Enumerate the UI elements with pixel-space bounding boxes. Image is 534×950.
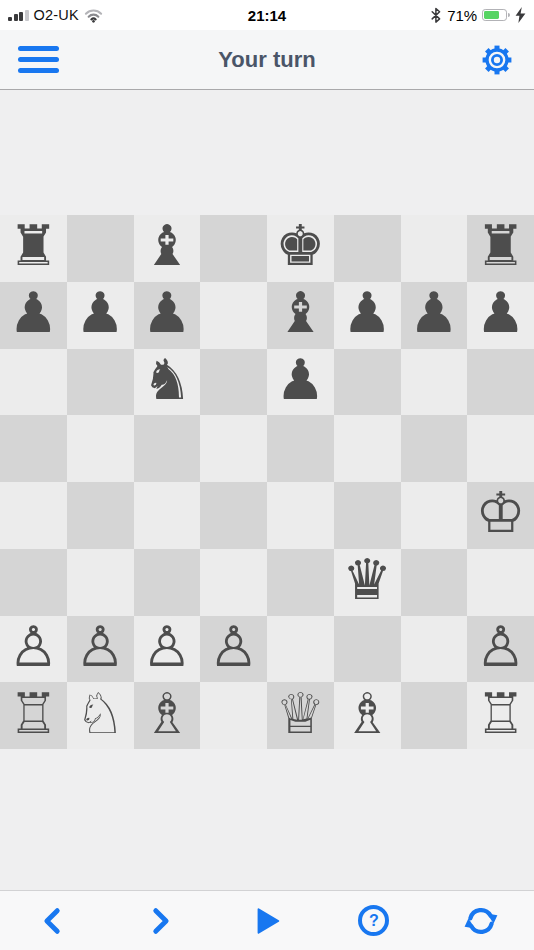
square-h6[interactable] (467, 349, 534, 416)
white-pawn-piece: ♙ (209, 619, 259, 675)
square-c4[interactable] (134, 482, 201, 549)
black-pawn-piece: ♟ (75, 285, 125, 341)
play-button[interactable] (232, 895, 302, 947)
nav-bar: Your turn (0, 30, 534, 90)
black-pawn-piece: ♟ (8, 285, 58, 341)
black-rook-piece: ♜ (8, 218, 58, 274)
square-d1[interactable] (200, 682, 267, 749)
square-d2[interactable]: ♙ (200, 616, 267, 683)
square-c1[interactable]: ♗ (134, 682, 201, 749)
square-h8[interactable]: ♜ (467, 215, 534, 282)
white-bishop-piece: ♗ (342, 686, 392, 742)
black-pawn-piece: ♟ (342, 285, 392, 341)
square-a6[interactable] (0, 349, 67, 416)
square-e4[interactable] (267, 482, 334, 549)
white-bishop-piece: ♗ (142, 686, 192, 742)
white-pawn-piece: ♙ (8, 619, 58, 675)
black-bishop-piece: ♝ (142, 218, 192, 274)
square-e6[interactable]: ♟ (267, 349, 334, 416)
square-c5[interactable] (134, 415, 201, 482)
square-f3[interactable]: ♛ (334, 549, 401, 616)
square-b1[interactable]: ♘ (67, 682, 134, 749)
square-c6[interactable]: ♞ (134, 349, 201, 416)
square-f5[interactable] (334, 415, 401, 482)
square-b4[interactable] (67, 482, 134, 549)
square-a1[interactable]: ♖ (0, 682, 67, 749)
square-a8[interactable]: ♜ (0, 215, 67, 282)
square-c2[interactable]: ♙ (134, 616, 201, 683)
black-king-piece: ♚ (275, 218, 325, 274)
page-title: Your turn (0, 47, 534, 73)
square-f8[interactable] (334, 215, 401, 282)
settings-button[interactable] (478, 41, 516, 79)
square-g5[interactable] (401, 415, 468, 482)
square-g3[interactable] (401, 549, 468, 616)
square-a3[interactable] (0, 549, 67, 616)
square-e2[interactable] (267, 616, 334, 683)
white-rook-piece: ♖ (8, 686, 58, 742)
sync-icon (463, 903, 499, 939)
bottom-toolbar: ? (0, 890, 534, 950)
back-button[interactable] (18, 895, 88, 947)
white-rook-piece: ♖ (476, 686, 526, 742)
black-pawn-piece: ♟ (476, 285, 526, 341)
square-g8[interactable] (401, 215, 468, 282)
sync-button[interactable] (446, 895, 516, 947)
square-c8[interactable]: ♝ (134, 215, 201, 282)
black-bishop-piece: ♝ (275, 285, 325, 341)
wifi-icon (84, 8, 103, 23)
white-knight-piece: ♘ (75, 686, 125, 742)
square-f2[interactable] (334, 616, 401, 683)
square-h3[interactable] (467, 549, 534, 616)
square-h1[interactable]: ♖ (467, 682, 534, 749)
hamburger-icon (18, 46, 59, 51)
white-pawn-piece: ♙ (75, 619, 125, 675)
square-f6[interactable] (334, 349, 401, 416)
square-e7[interactable]: ♝ (267, 282, 334, 349)
square-d4[interactable] (200, 482, 267, 549)
white-queen-piece: ♕ (275, 686, 325, 742)
battery-icon (482, 9, 510, 21)
square-e3[interactable] (267, 549, 334, 616)
gear-icon (478, 41, 516, 79)
chevron-left-icon (37, 904, 69, 938)
status-bar: O2-UK 21:14 71% (0, 0, 534, 30)
square-b5[interactable] (67, 415, 134, 482)
square-e1[interactable]: ♕ (267, 682, 334, 749)
square-b6[interactable] (67, 349, 134, 416)
forward-button[interactable] (125, 895, 195, 947)
bluetooth-icon (430, 7, 442, 24)
square-c3[interactable] (134, 549, 201, 616)
black-pawn-piece: ♟ (142, 285, 192, 341)
white-pawn-piece: ♙ (142, 619, 192, 675)
square-a5[interactable] (0, 415, 67, 482)
help-button[interactable]: ? (339, 895, 409, 947)
black-queen-piece: ♛ (342, 552, 392, 608)
battery-fill (484, 11, 499, 19)
menu-button[interactable] (18, 46, 59, 73)
square-h7[interactable]: ♟ (467, 282, 534, 349)
square-b8[interactable] (67, 215, 134, 282)
square-d7[interactable] (200, 282, 267, 349)
square-g1[interactable] (401, 682, 468, 749)
charging-bolt-icon (515, 7, 526, 23)
square-b7[interactable]: ♟ (67, 282, 134, 349)
question-mark-icon: ? (358, 905, 389, 936)
black-pawn-piece: ♟ (409, 285, 459, 341)
chevron-right-icon (144, 904, 176, 938)
square-f1[interactable]: ♗ (334, 682, 401, 749)
square-d3[interactable] (200, 549, 267, 616)
square-d5[interactable] (200, 415, 267, 482)
square-d8[interactable] (200, 215, 267, 282)
carrier-label: O2-UK (34, 7, 79, 23)
black-knight-piece: ♞ (142, 352, 192, 408)
square-h2[interactable]: ♙ (467, 616, 534, 683)
black-rook-piece: ♜ (476, 218, 526, 274)
square-f7[interactable]: ♟ (334, 282, 401, 349)
cell-signal-icon (8, 9, 29, 21)
square-g4[interactable] (401, 482, 468, 549)
play-icon (251, 904, 283, 938)
square-e8[interactable]: ♚ (267, 215, 334, 282)
square-g2[interactable] (401, 616, 468, 683)
chess-board: ♜♝♚♜♟♟♟♝♟♟♟♞♟♔♛♙♙♙♙♙♖♘♗♕♗♖ (0, 215, 534, 749)
black-pawn-piece: ♟ (275, 352, 325, 408)
square-a2[interactable]: ♙ (0, 616, 67, 683)
square-h5[interactable] (467, 415, 534, 482)
square-f4[interactable] (334, 482, 401, 549)
square-b2[interactable]: ♙ (67, 616, 134, 683)
white-king-piece: ♔ (476, 485, 526, 541)
white-pawn-piece: ♙ (476, 619, 526, 675)
square-g6[interactable] (401, 349, 468, 416)
square-e5[interactable] (267, 415, 334, 482)
square-c7[interactable]: ♟ (134, 282, 201, 349)
square-d6[interactable] (200, 349, 267, 416)
square-a4[interactable] (0, 482, 67, 549)
content-area: ♜♝♚♜♟♟♟♝♟♟♟♞♟♔♛♙♙♙♙♙♖♘♗♕♗♖ (0, 215, 534, 950)
square-a7[interactable]: ♟ (0, 282, 67, 349)
square-g7[interactable]: ♟ (401, 282, 468, 349)
square-b3[interactable] (67, 549, 134, 616)
square-h4[interactable]: ♔ (467, 482, 534, 549)
battery-percent-label: 71% (447, 7, 477, 24)
